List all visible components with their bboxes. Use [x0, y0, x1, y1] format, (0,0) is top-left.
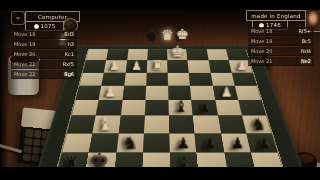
game-screen: ♞♛♚♝♞♟♟ ♚♟♟♜♟♟♟♝♟♝♞♞♟♟♟♟♜♚♝ ⌄ Computer 1… — [0, 0, 320, 180]
move-row[interactable]: Move 19Bc5 — [248, 37, 314, 46]
move-row[interactable]: Move 22Bg6 — [11, 70, 77, 79]
letterbox-bottom — [0, 167, 320, 180]
white-rating-value: 1075 — [41, 23, 56, 29]
move-number-label: Move 20 — [14, 51, 35, 57]
move-number-label: Move 20 — [251, 48, 272, 54]
menu-button[interactable]: ⌄ — [11, 11, 25, 25]
move-row[interactable]: Move 21Ne2 — [248, 57, 314, 66]
black-move-list: Move 18Rf5+Move 19Bc5Move 20Nd4Move 21Ne… — [248, 27, 314, 66]
move-san: Rf5+ — [298, 28, 311, 34]
move-row[interactable]: Move 19h3 — [11, 40, 77, 49]
move-row[interactable]: Move 20Kc1 — [11, 50, 77, 59]
move-san: Kc1 — [65, 51, 74, 57]
move-number-label: Move 18 — [14, 31, 35, 37]
move-number-label: Move 22 — [14, 71, 35, 77]
move-san: Ne2 — [301, 58, 311, 64]
elo-icon — [34, 24, 39, 29]
move-row[interactable]: Move 18Rf5+ — [248, 27, 314, 36]
move-row[interactable]: Move 21Rxf5 — [11, 60, 77, 69]
hud-overlay: ⌄ Computer 1075 Move 18Bd3Move 19h3Move … — [0, 0, 320, 180]
move-number-label: Move 18 — [251, 28, 272, 34]
white-move-list: Move 18Bd3Move 19h3Move 20Kc1Move 21Rxf5… — [11, 30, 77, 79]
move-san: Nd4 — [301, 48, 311, 54]
move-row[interactable]: Move 18Bd3 — [11, 30, 77, 39]
move-number-label: Move 19 — [14, 41, 35, 47]
move-san: Bd3 — [64, 31, 74, 37]
move-row[interactable]: Move 20Nd4 — [248, 47, 314, 56]
move-number-label: Move 19 — [251, 38, 272, 44]
move-san: Rxf5 — [63, 61, 74, 67]
move-san: Bc5 — [302, 38, 311, 44]
move-number-label: Move 21 — [14, 61, 35, 67]
move-san: Bg6 — [64, 71, 74, 77]
letterbox-top — [0, 0, 320, 10]
move-san: h3 — [68, 41, 74, 47]
move-number-label: Move 21 — [251, 58, 272, 64]
